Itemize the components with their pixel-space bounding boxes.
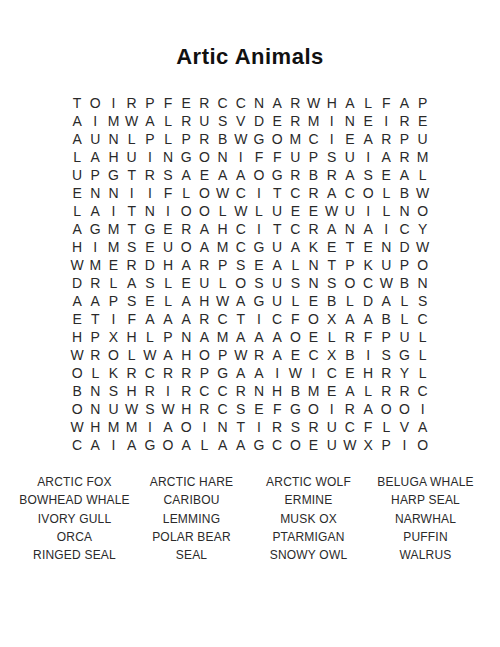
grid-cell-r7c15: W xyxy=(323,202,341,220)
grid-cell-r8c15: A xyxy=(323,220,341,238)
grid-cell-r16c4: R xyxy=(123,364,141,382)
word-list-item: PUFFIN xyxy=(367,528,484,546)
grid-cell-r3c8: R xyxy=(195,130,213,148)
grid-cell-r12c9: W xyxy=(214,292,232,310)
grid-cell-r11c8: U xyxy=(195,274,213,292)
grid-cell-r16c16: E xyxy=(341,364,359,382)
grid-cell-r16c6: R xyxy=(159,364,177,382)
grid-cell-r12c6: L xyxy=(159,292,177,310)
grid-cell-r6c20: W xyxy=(414,184,432,202)
grid-cell-r5c8: E xyxy=(195,166,213,184)
grid-cell-r1c12: A xyxy=(268,94,286,112)
grid-cell-r14c10: A xyxy=(232,328,250,346)
grid-cell-r19c14: R xyxy=(304,418,322,436)
grid-cell-r12c15: B xyxy=(323,292,341,310)
grid-cell-r19c3: M xyxy=(104,418,122,436)
grid-cell-r1c18: F xyxy=(377,94,395,112)
grid-cell-r18c8: R xyxy=(195,400,213,418)
grid-cell-r11c15: S xyxy=(323,274,341,292)
grid-cell-r10c10: S xyxy=(232,256,250,274)
grid-cell-r16c12: I xyxy=(268,364,286,382)
grid-cell-r3c17: A xyxy=(359,130,377,148)
grid-cell-r20c15: U xyxy=(323,436,341,454)
grid-cell-r20c1: C xyxy=(68,436,86,454)
grid-cell-r20c8: L xyxy=(195,436,213,454)
grid-cell-r20c6: O xyxy=(159,436,177,454)
grid-cell-r11c20: N xyxy=(414,274,432,292)
grid-cell-r12c18: A xyxy=(377,292,395,310)
grid-cell-r3c12: O xyxy=(268,130,286,148)
grid-cell-r17c12: H xyxy=(268,382,286,400)
grid-cell-r12c13: L xyxy=(286,292,304,310)
grid-cell-r5c16: A xyxy=(341,166,359,184)
grid-cell-r5c17: S xyxy=(359,166,377,184)
grid-cell-r17c16: A xyxy=(341,382,359,400)
grid-cell-r7c12: U xyxy=(268,202,286,220)
word-list-item: NARWHAL xyxy=(367,510,484,528)
grid-cell-r14c9: M xyxy=(214,328,232,346)
grid-cell-r7c5: N xyxy=(141,202,159,220)
grid-cell-r3c15: I xyxy=(323,130,341,148)
grid-cell-r8c20: Y xyxy=(414,220,432,238)
grid-cell-r15c10: W xyxy=(232,346,250,364)
grid-cell-r11c13: S xyxy=(286,274,304,292)
grid-cell-r15c9: P xyxy=(214,346,232,364)
grid-cell-r7c11: L xyxy=(250,202,268,220)
grid-cell-r15c2: R xyxy=(86,346,104,364)
grid-cell-r19c9: N xyxy=(214,418,232,436)
grid-cell-r8c9: H xyxy=(214,220,232,238)
grid-cell-r11c11: S xyxy=(250,274,268,292)
grid-cell-r2c1: A xyxy=(68,112,86,130)
word-list-item: BOWHEAD WHALE xyxy=(16,491,133,509)
grid-cell-r13c15: X xyxy=(323,310,341,328)
grid-cell-r13c12: C xyxy=(268,310,286,328)
grid-cell-r13c8: R xyxy=(195,310,213,328)
grid-cell-r10c12: A xyxy=(268,256,286,274)
grid-cell-r8c10: C xyxy=(232,220,250,238)
word-list-item: ARCTIC WOLF xyxy=(250,473,367,491)
grid-cell-r4c8: O xyxy=(195,148,213,166)
grid-cell-r9c9: M xyxy=(214,238,232,256)
grid-cell-r10c18: U xyxy=(377,256,395,274)
grid-cell-r16c1: O xyxy=(68,364,86,382)
grid-cell-r18c6: W xyxy=(159,400,177,418)
grid-cell-r17c11: N xyxy=(250,382,268,400)
grid-cell-r19c13: S xyxy=(286,418,304,436)
grid-cell-r6c17: O xyxy=(359,184,377,202)
grid-cell-r6c9: W xyxy=(214,184,232,202)
grid-cell-r18c20: I xyxy=(414,400,432,418)
grid-cell-r11c9: L xyxy=(214,274,232,292)
grid-cell-r19c12: R xyxy=(268,418,286,436)
grid-cell-r18c5: S xyxy=(141,400,159,418)
grid-cell-r3c4: L xyxy=(123,130,141,148)
grid-cell-r16c5: C xyxy=(141,364,159,382)
grid-cell-r10c2: M xyxy=(86,256,104,274)
grid-cell-r13c13: F xyxy=(286,310,304,328)
grid-cell-r6c15: A xyxy=(323,184,341,202)
grid-cell-r20c11: G xyxy=(250,436,268,454)
grid-cell-r20c5: G xyxy=(141,436,159,454)
grid-cell-r2c18: I xyxy=(377,112,395,130)
grid-cell-r14c3: X xyxy=(104,328,122,346)
grid-cell-r14c7: N xyxy=(177,328,195,346)
grid-cell-r11c16: O xyxy=(341,274,359,292)
grid-cell-r10c5: D xyxy=(141,256,159,274)
grid-cell-r7c7: O xyxy=(177,202,195,220)
grid-cell-r15c8: O xyxy=(195,346,213,364)
grid-cell-r8c7: R xyxy=(177,220,195,238)
grid-cell-r20c10: A xyxy=(232,436,250,454)
grid-cell-r13c4: F xyxy=(123,310,141,328)
grid-cell-r9c16: T xyxy=(341,238,359,256)
grid-cell-r4c20: M xyxy=(414,148,432,166)
word-list-item: CARIBOU xyxy=(133,491,250,509)
grid-cell-r1c8: R xyxy=(195,94,213,112)
grid-cell-r7c17: I xyxy=(359,202,377,220)
grid-cell-r4c14: P xyxy=(304,148,322,166)
grid-cell-r16c19: Y xyxy=(395,364,413,382)
word-list-item: ARCTIC HARE xyxy=(133,473,250,491)
grid-cell-r9c19: D xyxy=(395,238,413,256)
grid-cell-r14c17: F xyxy=(359,328,377,346)
grid-cell-r6c10: C xyxy=(232,184,250,202)
grid-cell-r19c6: A xyxy=(159,418,177,436)
grid-cell-r7c19: N xyxy=(395,202,413,220)
grid-cell-r16c2: L xyxy=(86,364,104,382)
grid-cell-r3c13: M xyxy=(286,130,304,148)
grid-cell-r2c11: D xyxy=(250,112,268,130)
grid-cell-r1c15: H xyxy=(323,94,341,112)
grid-cell-r5c10: A xyxy=(232,166,250,184)
grid-cell-r2c19: R xyxy=(395,112,413,130)
word-list-item: RINGED SEAL xyxy=(16,546,133,564)
grid-cell-r3c2: U xyxy=(86,130,104,148)
grid-cell-r17c6: I xyxy=(159,382,177,400)
grid-cell-r10c3: E xyxy=(104,256,122,274)
grid-cell-r1c14: W xyxy=(304,94,322,112)
grid-cell-r13c9: C xyxy=(214,310,232,328)
grid-cell-r12c16: L xyxy=(341,292,359,310)
grid-cell-r13c7: A xyxy=(177,310,195,328)
grid-cell-r12c3: P xyxy=(104,292,122,310)
grid-cell-r18c19: O xyxy=(395,400,413,418)
grid-cell-r18c2: N xyxy=(86,400,104,418)
grid-cell-r20c7: A xyxy=(177,436,195,454)
grid-cell-r15c3: O xyxy=(104,346,122,364)
grid-cell-r13c3: I xyxy=(104,310,122,328)
grid-cell-r13c5: A xyxy=(141,310,159,328)
grid-cell-r14c4: H xyxy=(123,328,141,346)
grid-cell-r13c16: A xyxy=(341,310,359,328)
grid-cell-r8c4: T xyxy=(123,220,141,238)
grid-cell-r2c14: M xyxy=(304,112,322,130)
grid-cell-r3c18: R xyxy=(377,130,395,148)
grid-cell-r1c11: N xyxy=(250,94,268,112)
grid-cell-r14c18: P xyxy=(377,328,395,346)
grid-cell-r14c14: E xyxy=(304,328,322,346)
grid-cell-r15c5: W xyxy=(141,346,159,364)
grid-cell-r17c9: C xyxy=(214,382,232,400)
grid-cell-r6c5: I xyxy=(141,184,159,202)
grid-cell-r2c20: E xyxy=(414,112,432,130)
grid-cell-r7c14: E xyxy=(304,202,322,220)
grid-cell-r7c20: O xyxy=(414,202,432,220)
grid-cell-r15c13: E xyxy=(286,346,304,364)
grid-cell-r11c19: B xyxy=(395,274,413,292)
grid-cell-r2c8: U xyxy=(195,112,213,130)
grid-cell-r4c15: S xyxy=(323,148,341,166)
grid-cell-r2c3: M xyxy=(104,112,122,130)
grid-cell-r8c1: A xyxy=(68,220,86,238)
grid-cell-r4c3: H xyxy=(104,148,122,166)
grid-cell-r13c10: T xyxy=(232,310,250,328)
grid-cell-r4c19: R xyxy=(395,148,413,166)
grid-cell-r1c19: A xyxy=(395,94,413,112)
grid-cell-r6c3: N xyxy=(104,184,122,202)
grid-cell-r12c10: A xyxy=(232,292,250,310)
grid-cell-r19c20: A xyxy=(414,418,432,436)
grid-cell-r14c12: A xyxy=(268,328,286,346)
grid-cell-r8c5: G xyxy=(141,220,159,238)
word-list-item: SEAL xyxy=(133,546,250,564)
grid-cell-r19c5: I xyxy=(141,418,159,436)
grid-cell-r12c7: A xyxy=(177,292,195,310)
grid-cell-r16c11: A xyxy=(250,364,268,382)
grid-cell-r11c10: O xyxy=(232,274,250,292)
grid-cell-r14c15: L xyxy=(323,328,341,346)
grid-cell-r2c4: W xyxy=(123,112,141,130)
grid-cell-r4c18: A xyxy=(377,148,395,166)
grid-cell-r18c4: W xyxy=(123,400,141,418)
grid-cell-r16c3: K xyxy=(104,364,122,382)
grid-cell-r20c13: O xyxy=(286,436,304,454)
grid-cell-r10c9: P xyxy=(214,256,232,274)
word-list-item: SNOWY OWL xyxy=(250,546,367,564)
grid-cell-r14c11: A xyxy=(250,328,268,346)
grid-cell-r4c6: N xyxy=(159,148,177,166)
grid-cell-r10c4: R xyxy=(123,256,141,274)
grid-cell-r18c17: A xyxy=(359,400,377,418)
grid-cell-r13c6: A xyxy=(159,310,177,328)
grid-cell-r16c13: W xyxy=(286,364,304,382)
grid-cell-r14c6: P xyxy=(159,328,177,346)
grid-cell-r19c11: I xyxy=(250,418,268,436)
grid-cell-r9c2: I xyxy=(86,238,104,256)
grid-cell-r7c8: O xyxy=(195,202,213,220)
word-list-item: LEMMING xyxy=(133,510,250,528)
grid-cell-r14c8: A xyxy=(195,328,213,346)
grid-cell-r13c1: E xyxy=(68,310,86,328)
grid-cell-r11c4: A xyxy=(123,274,141,292)
grid-cell-r2c10: V xyxy=(232,112,250,130)
grid-cell-r4c12: F xyxy=(268,148,286,166)
grid-cell-r15c4: L xyxy=(123,346,141,364)
grid-cell-r8c3: M xyxy=(104,220,122,238)
grid-cell-r14c16: R xyxy=(341,328,359,346)
grid-cell-r18c18: O xyxy=(377,400,395,418)
grid-cell-r12c8: H xyxy=(195,292,213,310)
grid-cell-r2c16: N xyxy=(341,112,359,130)
grid-cell-r8c2: G xyxy=(86,220,104,238)
grid-cell-r19c4: M xyxy=(123,418,141,436)
grid-cell-r4c13: U xyxy=(286,148,304,166)
grid-cell-r15c14: C xyxy=(304,346,322,364)
grid-cell-r11c2: R xyxy=(86,274,104,292)
word-list-item: HARP SEAL xyxy=(367,491,484,509)
grid-cell-r17c10: R xyxy=(232,382,250,400)
word-list-item: IVORY GULL xyxy=(16,510,133,528)
grid-cell-r3c19: P xyxy=(395,130,413,148)
grid-cell-r8c19: C xyxy=(395,220,413,238)
grid-cell-r6c12: T xyxy=(268,184,286,202)
grid-cell-r7c4: T xyxy=(123,202,141,220)
word-list-item: BELUGA WHALE xyxy=(367,473,484,491)
grid-cell-r11c5: S xyxy=(141,274,159,292)
grid-cell-r15c7: H xyxy=(177,346,195,364)
grid-cell-r12c20: S xyxy=(414,292,432,310)
grid-cell-r9c14: K xyxy=(304,238,322,256)
grid-cell-r12c12: U xyxy=(268,292,286,310)
grid-cell-r10c16: P xyxy=(341,256,359,274)
grid-cell-r20c18: P xyxy=(377,436,395,454)
grid-cell-r2c15: I xyxy=(323,112,341,130)
grid-cell-r11c6: L xyxy=(159,274,177,292)
grid-cell-r4c7: G xyxy=(177,148,195,166)
grid-cell-r6c11: I xyxy=(250,184,268,202)
grid-cell-r4c9: N xyxy=(214,148,232,166)
grid-cell-r8c13: C xyxy=(286,220,304,238)
grid-cell-r13c14: O xyxy=(304,310,322,328)
grid-cell-r1c5: P xyxy=(141,94,159,112)
grid-cell-r16c8: P xyxy=(195,364,213,382)
grid-cell-r13c18: B xyxy=(377,310,395,328)
grid-cell-r10c8: R xyxy=(195,256,213,274)
grid-cell-r4c4: U xyxy=(123,148,141,166)
grid-cell-r12c14: E xyxy=(304,292,322,310)
grid-cell-r1c10: C xyxy=(232,94,250,112)
grid-cell-r16c7: R xyxy=(177,364,195,382)
grid-cell-r15c17: I xyxy=(359,346,377,364)
grid-cell-r15c15: X xyxy=(323,346,341,364)
grid-cell-r8c11: I xyxy=(250,220,268,238)
grid-cell-r5c15: R xyxy=(323,166,341,184)
grid-cell-r14c1: H xyxy=(68,328,86,346)
grid-cell-r4c17: I xyxy=(359,148,377,166)
grid-cell-r20c17: X xyxy=(359,436,377,454)
grid-cell-r5c5: R xyxy=(141,166,159,184)
grid-cell-r19c17: F xyxy=(359,418,377,436)
grid-cell-r11c12: U xyxy=(268,274,286,292)
grid-cell-r16c17: H xyxy=(359,364,377,382)
grid-cell-r4c16: U xyxy=(341,148,359,166)
grid-cell-r8c6: E xyxy=(159,220,177,238)
grid-cell-r6c4: I xyxy=(123,184,141,202)
grid-cell-r6c19: B xyxy=(395,184,413,202)
grid-cell-r2c17: E xyxy=(359,112,377,130)
grid-cell-r9c4: S xyxy=(123,238,141,256)
grid-cell-r1c17: L xyxy=(359,94,377,112)
grid-cell-r7c6: I xyxy=(159,202,177,220)
grid-cell-r6c18: L xyxy=(377,184,395,202)
grid-cell-r3c7: P xyxy=(177,130,195,148)
grid-cell-r9c17: E xyxy=(359,238,377,256)
grid-cell-r10c17: K xyxy=(359,256,377,274)
grid-cell-r4c1: L xyxy=(68,148,86,166)
grid-cell-r9c6: U xyxy=(159,238,177,256)
grid-cell-r8c16: N xyxy=(341,220,359,238)
grid-cell-r4c2: A xyxy=(86,148,104,166)
grid-cell-r6c8: O xyxy=(195,184,213,202)
grid-cell-r16c20: L xyxy=(414,364,432,382)
grid-cell-r3c16: E xyxy=(341,130,359,148)
grid-cell-r8c18: I xyxy=(377,220,395,238)
grid-cell-r8c12: T xyxy=(268,220,286,238)
grid-cell-r18c14: O xyxy=(304,400,322,418)
grid-cell-r16c10: A xyxy=(232,364,250,382)
grid-cell-r6c7: L xyxy=(177,184,195,202)
grid-cell-r14c20: L xyxy=(414,328,432,346)
grid-cell-r12c17: D xyxy=(359,292,377,310)
grid-cell-r17c15: E xyxy=(323,382,341,400)
grid-cell-r16c18: R xyxy=(377,364,395,382)
grid-cell-r15c12: A xyxy=(268,346,286,364)
grid-cell-r5c3: G xyxy=(104,166,122,184)
word-list-item: ARCTIC FOX xyxy=(16,473,133,491)
grid-cell-r17c18: R xyxy=(377,382,395,400)
word-list-item: WALRUS xyxy=(367,546,484,564)
grid-cell-r10c15: T xyxy=(323,256,341,274)
grid-cell-r5c19: A xyxy=(395,166,413,184)
grid-cell-r5c11: O xyxy=(250,166,268,184)
grid-cell-r3c3: N xyxy=(104,130,122,148)
grid-cell-r11c7: E xyxy=(177,274,195,292)
grid-cell-r11c14: N xyxy=(304,274,322,292)
grid-cell-r15c19: G xyxy=(395,346,413,364)
grid-cell-r13c20: C xyxy=(414,310,432,328)
grid-cell-r8c8: A xyxy=(195,220,213,238)
grid-cell-r17c5: R xyxy=(141,382,159,400)
grid-cell-r5c12: G xyxy=(268,166,286,184)
grid-cell-r3c14: C xyxy=(304,130,322,148)
grid-cell-r17c1: B xyxy=(68,382,86,400)
grid-cell-r18c15: I xyxy=(323,400,341,418)
word-list-item: MUSK OX xyxy=(250,510,367,528)
grid-cell-r14c2: P xyxy=(86,328,104,346)
grid-cell-r2c5: A xyxy=(141,112,159,130)
grid-cell-r16c9: G xyxy=(214,364,232,382)
word-search-page: Artic Animals TOIRPFERCCNARWHALFAPAIMWAL… xyxy=(0,0,500,647)
grid-cell-r5c9: A xyxy=(214,166,232,184)
grid-cell-r14c5: L xyxy=(141,328,159,346)
grid-cell-r17c3: S xyxy=(104,382,122,400)
grid-cell-r15c6: A xyxy=(159,346,177,364)
grid-cell-r7c2: A xyxy=(86,202,104,220)
grid-cell-r6c13: C xyxy=(286,184,304,202)
grid-cell-r1c2: O xyxy=(86,94,104,112)
grid-cell-r3c6: L xyxy=(159,130,177,148)
grid-cell-r9c15: E xyxy=(323,238,341,256)
grid-cell-r18c3: U xyxy=(104,400,122,418)
grid-cell-r1c4: R xyxy=(123,94,141,112)
grid-cell-r7c13: E xyxy=(286,202,304,220)
grid-cell-r4c10: I xyxy=(232,148,250,166)
grid-cell-r6c6: F xyxy=(159,184,177,202)
grid-cell-r5c4: T xyxy=(123,166,141,184)
grid-cell-r10c13: L xyxy=(286,256,304,274)
grid-cell-r9c1: H xyxy=(68,238,86,256)
